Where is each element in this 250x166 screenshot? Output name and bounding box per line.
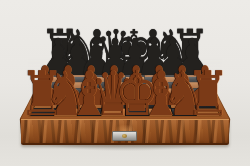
square-b1	[54, 109, 79, 116]
square-d5	[105, 83, 125, 89]
chess-set-photo: ♜♞♝♛♚♝♞♜♟♟♟♟♟♟♟♟♟♟♟♟♟♟♟♟♜♞♝♛♚♝♞♜	[0, 0, 250, 166]
square-g5	[165, 83, 186, 89]
square-e2	[125, 101, 147, 108]
square-f1	[148, 109, 172, 116]
square-h5	[185, 83, 207, 89]
square-a4	[40, 88, 62, 94]
square-e6	[125, 77, 144, 82]
square-c6	[86, 77, 106, 82]
square-c3	[81, 95, 103, 101]
square-h2	[192, 101, 216, 108]
square-h1	[194, 109, 219, 116]
square-h3	[189, 95, 212, 101]
square-b5	[64, 83, 85, 89]
square-g1	[171, 109, 196, 116]
square-g6	[164, 77, 184, 82]
square-a5	[43, 83, 65, 89]
square-c5	[84, 83, 104, 89]
square-d4	[104, 88, 124, 94]
square-d6	[106, 77, 125, 82]
square-e4	[125, 88, 145, 94]
square-e3	[125, 95, 146, 101]
square-c2	[80, 101, 103, 108]
square-a6	[46, 77, 67, 82]
square-a3	[37, 95, 60, 101]
square-c1	[78, 109, 102, 116]
square-h6	[183, 77, 204, 82]
chess-board	[20, 65, 230, 119]
square-f5	[145, 83, 165, 89]
square-a1	[30, 109, 55, 116]
square-d2	[103, 101, 125, 108]
square-e5	[125, 83, 145, 89]
square-c4	[83, 88, 104, 94]
square-a2	[34, 101, 58, 108]
square-f6	[145, 77, 165, 82]
square-g4	[167, 88, 189, 94]
square-b3	[59, 95, 82, 101]
square-b2	[57, 101, 81, 108]
square-e1	[125, 109, 148, 116]
brass-keyhole-icon	[122, 134, 127, 138]
square-f3	[147, 95, 169, 101]
square-d3	[103, 95, 124, 101]
square-f4	[146, 88, 167, 94]
square-g2	[170, 101, 194, 108]
square-b4	[62, 88, 84, 94]
square-b6	[66, 77, 86, 82]
board-grid	[29, 67, 220, 116]
square-g3	[168, 95, 191, 101]
square-h4	[187, 88, 209, 94]
square-f2	[148, 101, 171, 108]
latch	[112, 131, 137, 141]
square-d1	[102, 109, 125, 116]
